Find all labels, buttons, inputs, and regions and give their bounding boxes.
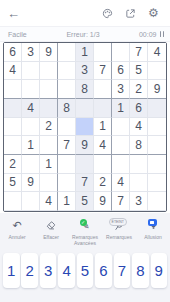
cell-r8c8[interactable] — [130, 174, 148, 193]
cell-r8c9[interactable] — [148, 174, 166, 193]
numpad-2[interactable]: 2 — [21, 253, 38, 288]
pencil-icon: ✎ ✓ — [80, 219, 89, 232]
cell-r3c6[interactable] — [94, 80, 112, 99]
cell-r3c2[interactable] — [22, 80, 40, 99]
undo-label: Annuler — [8, 234, 25, 240]
cell-r4c7[interactable]: 1 — [112, 99, 130, 118]
numpad-3[interactable]: 3 — [40, 253, 57, 288]
cell-r5c6[interactable]: 1 — [94, 118, 112, 137]
cell-r7c8[interactable] — [130, 155, 148, 174]
cell-r3c9[interactable]: 9 — [148, 80, 166, 99]
cell-r1c4[interactable] — [58, 43, 76, 62]
cell-r8c3[interactable] — [40, 174, 58, 193]
numpad-8[interactable]: 8 — [132, 253, 149, 288]
hint-bulb-icon — [149, 219, 158, 232]
cell-r1c1[interactable]: 6 — [4, 43, 22, 62]
share-icon[interactable] — [124, 7, 137, 20]
cell-r1c7[interactable] — [112, 43, 130, 62]
cell-r6c1[interactable] — [4, 136, 22, 155]
cell-r1c5[interactable]: 1 — [76, 43, 94, 62]
cell-r6c7[interactable] — [112, 136, 130, 155]
cell-r4c1[interactable] — [4, 99, 22, 118]
cell-r5c4[interactable] — [58, 118, 76, 137]
undo-button[interactable]: ↶ Annuler — [0, 215, 34, 240]
cell-r7c7[interactable] — [112, 155, 130, 174]
cell-r5c5[interactable] — [76, 118, 94, 137]
cell-r1c8[interactable]: 7 — [130, 43, 148, 62]
cell-r9c4[interactable]: 1 — [58, 192, 76, 211]
notes-off-badge: ÉTEINT — [109, 218, 127, 226]
toolbar: ↶ Annuler Effacer ✎ ✓ Remarques Avancées… — [0, 215, 170, 251]
timer: 00:09 — [139, 31, 157, 38]
cell-r8c1[interactable]: 5 — [4, 174, 22, 193]
cell-r1c6[interactable] — [94, 43, 112, 62]
erase-button[interactable]: Effacer — [34, 215, 68, 240]
cell-r6c4[interactable]: 7 — [58, 136, 76, 155]
back-arrow-icon[interactable]: ← — [7, 7, 20, 20]
difficulty-label: Facile — [8, 31, 48, 38]
cell-r2c3[interactable] — [40, 62, 58, 81]
cell-r9c2[interactable] — [22, 192, 40, 211]
undo-icon: ↶ — [12, 219, 21, 232]
cell-r5c8[interactable]: 4 — [130, 118, 148, 137]
cell-r3c5[interactable]: 8 — [76, 80, 94, 99]
hint-label: Allusion — [144, 234, 162, 240]
cell-r4c6[interactable] — [94, 99, 112, 118]
cell-r4c3[interactable] — [40, 99, 58, 118]
notes-label: Remarques — [106, 234, 132, 240]
sudoku-board: 6391744376583294816214179482159724415973 — [3, 42, 167, 212]
hint-video-badge — [148, 219, 157, 226]
cell-r9c1[interactable] — [4, 192, 22, 211]
advanced-notes-label: Remarques Avancées — [68, 234, 102, 246]
cell-r3c1[interactable] — [4, 80, 22, 99]
cell-r7c1[interactable]: 2 — [4, 155, 22, 174]
cell-r9c7[interactable]: 7 — [112, 192, 130, 211]
cell-r4c5[interactable] — [76, 99, 94, 118]
cell-r2c5[interactable]: 3 — [76, 62, 94, 81]
pause-button[interactable] — [160, 31, 165, 37]
cell-r8c7[interactable]: 4 — [112, 174, 130, 193]
cell-r4c4[interactable]: 8 — [58, 99, 76, 118]
cell-r6c6[interactable]: 4 — [94, 136, 112, 155]
cell-r5c1[interactable] — [4, 118, 22, 137]
cell-r7c9[interactable] — [148, 155, 166, 174]
numpad-4[interactable]: 4 — [58, 253, 75, 288]
numpad-9[interactable]: 9 — [151, 253, 168, 288]
erase-label: Effacer — [43, 234, 59, 240]
magnifier-pen-icon: ÉTEINT — [114, 219, 124, 232]
hint-button[interactable]: Allusion — [136, 215, 170, 240]
cell-r9c5[interactable]: 5 — [76, 192, 94, 211]
cell-r8c5[interactable]: 7 — [76, 174, 94, 193]
cell-r2c1[interactable]: 4 — [4, 62, 22, 81]
header: ← ⚙ — [0, 0, 170, 26]
cell-r7c6[interactable] — [94, 155, 112, 174]
cell-r9c9[interactable] — [148, 192, 166, 211]
cell-r7c4[interactable] — [58, 155, 76, 174]
cell-r4c9[interactable] — [148, 99, 166, 118]
cell-r8c4[interactable] — [58, 174, 76, 193]
cell-r5c7[interactable] — [112, 118, 130, 137]
cell-r6c3[interactable] — [40, 136, 58, 155]
cell-r3c3[interactable] — [40, 80, 58, 99]
advanced-notes-button[interactable]: ✎ ✓ Remarques Avancées — [68, 215, 102, 246]
cell-r3c7[interactable]: 3 — [112, 80, 130, 99]
check-badge: ✓ — [80, 219, 87, 226]
numpad-6[interactable]: 6 — [95, 253, 112, 288]
cell-r8c6[interactable]: 2 — [94, 174, 112, 193]
cell-r4c8[interactable]: 6 — [130, 99, 148, 118]
cell-r3c8[interactable]: 2 — [130, 80, 148, 99]
cell-r5c9[interactable] — [148, 118, 166, 137]
cell-r9c3[interactable]: 4 — [40, 192, 58, 211]
cell-r5c3[interactable]: 2 — [40, 118, 58, 137]
cell-r1c3[interactable]: 9 — [40, 43, 58, 62]
cell-r2c8[interactable]: 5 — [130, 62, 148, 81]
cell-r2c9[interactable] — [148, 62, 166, 81]
cell-r9c6[interactable]: 9 — [94, 192, 112, 211]
cell-r9c8[interactable]: 3 — [130, 192, 148, 211]
numpad-5[interactable]: 5 — [77, 253, 94, 288]
numpad: 1 2 3 4 5 6 7 8 9 — [0, 253, 170, 288]
cell-r2c7[interactable]: 6 — [112, 62, 130, 81]
eraser-icon — [46, 219, 56, 232]
cell-r8c2[interactable]: 9 — [22, 174, 40, 193]
cell-r3c4[interactable] — [58, 80, 76, 99]
cell-r7c5[interactable] — [76, 155, 94, 174]
cell-r6c2[interactable]: 1 — [22, 136, 40, 155]
error-counter: Erreur: 1/3 — [48, 31, 118, 38]
cell-r2c2[interactable] — [22, 62, 40, 81]
status-bar: Facile Erreur: 1/3 00:09 — [0, 26, 170, 42]
cell-r6c9[interactable] — [148, 136, 166, 155]
cell-r6c5[interactable]: 9 — [76, 136, 94, 155]
settings-gear-icon[interactable]: ⚙ — [147, 7, 160, 20]
notes-button[interactable]: ÉTEINT Remarques — [102, 215, 136, 240]
cell-r7c2[interactable] — [22, 155, 40, 174]
cell-r7c3[interactable]: 1 — [40, 155, 58, 174]
cell-r4c2[interactable]: 4 — [22, 99, 40, 118]
cell-r5c2[interactable] — [22, 118, 40, 137]
cell-r2c4[interactable] — [58, 62, 76, 81]
numpad-7[interactable]: 7 — [114, 253, 131, 288]
cell-r1c2[interactable]: 3 — [22, 43, 40, 62]
cell-r2c6[interactable]: 7 — [94, 62, 112, 81]
cell-r1c9[interactable]: 4 — [148, 43, 166, 62]
palette-icon[interactable] — [101, 7, 114, 20]
numpad-1[interactable]: 1 — [3, 253, 20, 288]
cell-r6c8[interactable]: 8 — [130, 136, 148, 155]
